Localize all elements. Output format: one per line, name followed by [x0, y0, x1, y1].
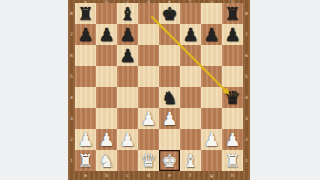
square-a2[interactable]: ♟	[75, 129, 96, 150]
rank-left-label-5: 5	[68, 66, 75, 87]
square-d1[interactable]: ♛	[138, 150, 159, 171]
piece-black-pawn[interactable]: ♟	[96, 24, 117, 45]
piece-white-pawn[interactable]: ♟	[159, 108, 180, 129]
piece-white-pawn[interactable]: ♟	[75, 129, 96, 150]
square-f1[interactable]: ♝	[180, 150, 201, 171]
board-grid: ♜♝♚♜♟♟♟♟♟♟♟♞♛♟♟♟♟♟♟♟♜♞♛♚♝♜	[75, 3, 243, 171]
piece-white-queen[interactable]: ♛	[138, 150, 159, 171]
square-g5[interactable]	[201, 66, 222, 87]
square-g4[interactable]	[201, 87, 222, 108]
square-c8[interactable]: ♝	[117, 3, 138, 24]
square-h6[interactable]	[222, 45, 243, 66]
square-d2[interactable]	[138, 129, 159, 150]
file-bottom-label-a: a	[75, 171, 96, 180]
square-e1[interactable]: ♚	[159, 150, 180, 171]
square-a1[interactable]: ♜	[75, 150, 96, 171]
square-g2[interactable]: ♟	[201, 129, 222, 150]
rank-right-label-8: 8	[243, 3, 250, 24]
rank-right-label-4: 4	[243, 87, 250, 108]
square-d4[interactable]	[138, 87, 159, 108]
square-h8[interactable]: ♜	[222, 3, 243, 24]
piece-white-pawn[interactable]: ♟	[138, 108, 159, 129]
rank-left-label-4: 4	[68, 87, 75, 108]
piece-black-rook[interactable]: ♜	[222, 3, 243, 24]
square-c6[interactable]: ♟	[117, 45, 138, 66]
file-bottom-label-g: g	[201, 171, 222, 180]
square-h1[interactable]: ♜	[222, 150, 243, 171]
square-c5[interactable]	[117, 66, 138, 87]
rank-left-label-6: 6	[68, 45, 75, 66]
square-h4[interactable]: ♛	[222, 87, 243, 108]
square-d8[interactable]	[138, 3, 159, 24]
square-e2[interactable]	[159, 129, 180, 150]
square-a7[interactable]: ♟	[75, 24, 96, 45]
rank-left-label-3: 3	[68, 108, 75, 129]
piece-white-pawn[interactable]: ♟	[117, 129, 138, 150]
piece-white-bishop[interactable]: ♝	[180, 150, 201, 171]
square-c3[interactable]	[117, 108, 138, 129]
rank-right-label-6: 6	[243, 45, 250, 66]
piece-white-pawn[interactable]: ♟	[222, 129, 243, 150]
square-d6[interactable]	[138, 45, 159, 66]
file-bottom-label-b: b	[96, 171, 117, 180]
rank-right-label-2: 2	[243, 129, 250, 150]
square-c1[interactable]	[117, 150, 138, 171]
square-f6[interactable]	[180, 45, 201, 66]
square-h5[interactable]	[222, 66, 243, 87]
square-e4[interactable]: ♞	[159, 87, 180, 108]
square-b5[interactable]	[96, 66, 117, 87]
square-a6[interactable]	[75, 45, 96, 66]
square-d7[interactable]	[138, 24, 159, 45]
piece-black-rook[interactable]: ♜	[75, 3, 96, 24]
square-g7[interactable]: ♟	[201, 24, 222, 45]
square-g1[interactable]	[201, 150, 222, 171]
piece-white-rook[interactable]: ♜	[222, 150, 243, 171]
page-background: { "game": "chess", "position": { "fen": …	[0, 0, 320, 180]
square-d3[interactable]: ♟	[138, 108, 159, 129]
piece-black-bishop[interactable]: ♝	[117, 3, 138, 24]
rank-right-label-7: 7	[243, 24, 250, 45]
file-bottom-label-f: f	[180, 171, 201, 180]
square-f5[interactable]	[180, 66, 201, 87]
square-b8[interactable]	[96, 3, 117, 24]
square-f3[interactable]	[180, 108, 201, 129]
square-a5[interactable]	[75, 66, 96, 87]
square-g8[interactable]	[201, 3, 222, 24]
square-c4[interactable]	[117, 87, 138, 108]
piece-black-pawn[interactable]: ♟	[75, 24, 96, 45]
file-bottom-label-c: c	[117, 171, 138, 180]
square-f7[interactable]: ♟	[180, 24, 201, 45]
square-a3[interactable]	[75, 108, 96, 129]
piece-white-pawn[interactable]: ♟	[96, 129, 117, 150]
rank-labels-right: 87654321	[243, 3, 250, 171]
square-e6[interactable]	[159, 45, 180, 66]
square-e8[interactable]: ♚	[159, 3, 180, 24]
chess-board: abcdefgh 87654321 ♜♝♚♜♟♟♟♟♟♟♟♞♛♟♟♟♟♟♟♟♜♞…	[68, 0, 250, 180]
square-h3[interactable]	[222, 108, 243, 129]
rank-left-label-7: 7	[68, 24, 75, 45]
file-labels-bottom: abcdefgh	[75, 171, 243, 180]
rank-right-label-5: 5	[243, 66, 250, 87]
square-a4[interactable]	[75, 87, 96, 108]
piece-black-pawn[interactable]: ♟	[117, 45, 138, 66]
file-bottom-label-h: h	[222, 171, 243, 180]
piece-black-pawn[interactable]: ♟	[222, 24, 243, 45]
square-f4[interactable]	[180, 87, 201, 108]
square-c2[interactable]: ♟	[117, 129, 138, 150]
piece-white-rook[interactable]: ♜	[75, 150, 96, 171]
square-b3[interactable]	[96, 108, 117, 129]
rank-labels-left: 87654321	[68, 3, 75, 171]
rank-right-label-3: 3	[243, 108, 250, 129]
square-b2[interactable]: ♟	[96, 129, 117, 150]
square-c7[interactable]: ♟	[117, 24, 138, 45]
rank-right-label-1: 1	[243, 150, 250, 171]
rank-left-label-8: 8	[68, 3, 75, 24]
piece-white-knight[interactable]: ♞	[96, 150, 117, 171]
square-b4[interactable]	[96, 87, 117, 108]
square-g6[interactable]	[201, 45, 222, 66]
square-b7[interactable]: ♟	[96, 24, 117, 45]
piece-white-king[interactable]: ♚	[159, 150, 180, 171]
square-e3[interactable]: ♟	[159, 108, 180, 129]
square-f8[interactable]	[180, 3, 201, 24]
rank-left-label-1: 1	[68, 150, 75, 171]
piece-black-queen[interactable]: ♛	[222, 87, 243, 108]
piece-black-pawn[interactable]: ♟	[117, 24, 138, 45]
file-bottom-label-d: d	[138, 171, 159, 180]
square-h7[interactable]: ♟	[222, 24, 243, 45]
piece-black-knight[interactable]: ♞	[159, 87, 180, 108]
square-h2[interactable]: ♟	[222, 129, 243, 150]
square-d5[interactable]	[138, 66, 159, 87]
piece-black-pawn[interactable]: ♟	[201, 24, 222, 45]
square-b1[interactable]: ♞	[96, 150, 117, 171]
square-f2[interactable]	[180, 129, 201, 150]
piece-black-pawn[interactable]: ♟	[180, 24, 201, 45]
rank-left-label-2: 2	[68, 129, 75, 150]
square-e7[interactable]	[159, 24, 180, 45]
piece-white-pawn[interactable]: ♟	[201, 129, 222, 150]
file-bottom-label-e: e	[159, 171, 180, 180]
square-g3[interactable]	[201, 108, 222, 129]
square-b6[interactable]	[96, 45, 117, 66]
square-a8[interactable]: ♜	[75, 3, 96, 24]
piece-black-king[interactable]: ♚	[159, 3, 180, 24]
square-e5[interactable]	[159, 66, 180, 87]
